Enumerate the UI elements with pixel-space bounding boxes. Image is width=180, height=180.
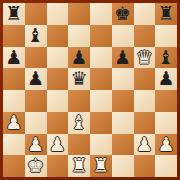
square-h4[interactable]: [155, 90, 177, 112]
black-bishop-icon[interactable]: ♝: [158, 47, 175, 69]
black-pawn-icon[interactable]: ♟: [158, 68, 175, 90]
white-pawn-icon[interactable]: ♟: [5, 112, 22, 134]
black-pawn-icon[interactable]: ♟: [71, 47, 88, 69]
square-d6[interactable]: ♟: [68, 47, 90, 69]
square-e4[interactable]: [90, 90, 112, 112]
square-g6[interactable]: ♛: [134, 47, 156, 69]
square-a6[interactable]: ♟: [3, 47, 25, 69]
square-b5[interactable]: ♟: [25, 68, 47, 90]
square-e2[interactable]: [90, 134, 112, 156]
square-c2[interactable]: ♟: [47, 134, 69, 156]
square-h8[interactable]: ♜: [155, 3, 177, 25]
square-g1[interactable]: [134, 155, 156, 177]
square-e7[interactable]: [90, 25, 112, 47]
square-g8[interactable]: [134, 3, 156, 25]
square-f8[interactable]: ♚: [112, 3, 134, 25]
square-b1[interactable]: ♚: [25, 155, 47, 177]
white-rook-icon[interactable]: ♜: [92, 155, 109, 177]
square-b6[interactable]: [25, 47, 47, 69]
black-rook-icon[interactable]: ♜: [158, 3, 175, 25]
square-d1[interactable]: ♜: [68, 155, 90, 177]
square-c6[interactable]: [47, 47, 69, 69]
square-a5[interactable]: [3, 68, 25, 90]
square-h3[interactable]: [155, 112, 177, 134]
square-g5[interactable]: [134, 68, 156, 90]
square-a3[interactable]: ♟: [3, 112, 25, 134]
black-pawn-icon[interactable]: ♟: [27, 68, 44, 90]
square-g7[interactable]: [134, 25, 156, 47]
square-c7[interactable]: [47, 25, 69, 47]
white-queen-icon[interactable]: ♛: [136, 47, 153, 69]
square-h5[interactable]: ♟: [155, 68, 177, 90]
white-pawn-icon[interactable]: ♟: [27, 134, 44, 156]
square-c3[interactable]: [47, 112, 69, 134]
square-c5[interactable]: [47, 68, 69, 90]
square-g3[interactable]: [134, 112, 156, 134]
square-b3[interactable]: [25, 112, 47, 134]
square-f6[interactable]: ♟: [112, 47, 134, 69]
square-c8[interactable]: [47, 3, 69, 25]
square-f5[interactable]: [112, 68, 134, 90]
square-a4[interactable]: [3, 90, 25, 112]
black-king-icon[interactable]: ♚: [114, 3, 131, 25]
square-f2[interactable]: [112, 134, 134, 156]
square-g2[interactable]: ♟: [134, 134, 156, 156]
white-king-icon[interactable]: ♚: [27, 155, 44, 177]
square-h2[interactable]: ♟: [155, 134, 177, 156]
square-e5[interactable]: [90, 68, 112, 90]
white-pawn-icon[interactable]: ♟: [158, 134, 175, 156]
white-bishop-icon[interactable]: ♝: [71, 112, 88, 134]
square-f3[interactable]: [112, 112, 134, 134]
square-g4[interactable]: [134, 90, 156, 112]
black-queen-icon[interactable]: ♛: [71, 68, 88, 90]
chess-board: ♜♚♜♝♟♟♟♛♝♟♛♟♟♝♟♟♟♟♚♜♜: [3, 3, 177, 177]
black-pawn-icon[interactable]: ♟: [5, 47, 22, 69]
square-f4[interactable]: [112, 90, 134, 112]
square-d8[interactable]: [68, 3, 90, 25]
square-c4[interactable]: [47, 90, 69, 112]
square-d3[interactable]: ♝: [68, 112, 90, 134]
square-e6[interactable]: [90, 47, 112, 69]
square-c1[interactable]: [47, 155, 69, 177]
square-b7[interactable]: ♝: [25, 25, 47, 47]
square-b2[interactable]: ♟: [25, 134, 47, 156]
square-b4[interactable]: [25, 90, 47, 112]
black-pawn-icon[interactable]: ♟: [114, 47, 131, 69]
black-bishop-icon[interactable]: ♝: [27, 25, 44, 47]
square-h1[interactable]: [155, 155, 177, 177]
square-a8[interactable]: ♜: [3, 3, 25, 25]
square-a2[interactable]: [3, 134, 25, 156]
square-d4[interactable]: [68, 90, 90, 112]
square-a1[interactable]: [3, 155, 25, 177]
square-f1[interactable]: [112, 155, 134, 177]
board-frame: ♜♚♜♝♟♟♟♛♝♟♛♟♟♝♟♟♟♟♚♜♜: [0, 0, 180, 180]
square-e1[interactable]: ♜: [90, 155, 112, 177]
square-h7[interactable]: [155, 25, 177, 47]
square-f7[interactable]: [112, 25, 134, 47]
black-rook-icon[interactable]: ♜: [5, 3, 22, 25]
white-pawn-icon[interactable]: ♟: [136, 134, 153, 156]
white-pawn-icon[interactable]: ♟: [49, 134, 66, 156]
square-e3[interactable]: [90, 112, 112, 134]
square-d2[interactable]: [68, 134, 90, 156]
square-h6[interactable]: ♝: [155, 47, 177, 69]
square-a7[interactable]: [3, 25, 25, 47]
white-rook-icon[interactable]: ♜: [71, 155, 88, 177]
square-d5[interactable]: ♛: [68, 68, 90, 90]
square-b8[interactable]: [25, 3, 47, 25]
square-d7[interactable]: [68, 25, 90, 47]
square-e8[interactable]: [90, 3, 112, 25]
